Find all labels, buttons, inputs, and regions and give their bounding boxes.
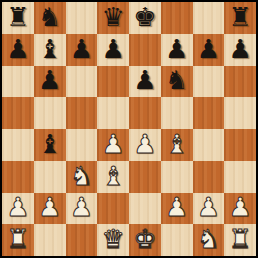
piece-white-rook: ♜ <box>228 226 251 252</box>
piece-white-pawn: ♟ <box>70 194 93 220</box>
square-g8[interactable] <box>193 2 225 34</box>
square-d3[interactable]: ♝ <box>97 161 129 193</box>
piece-black-queen: ♛ <box>101 4 124 30</box>
piece-black-pawn: ♟ <box>133 67 156 93</box>
square-h1[interactable]: ♜ <box>224 224 256 256</box>
square-h7[interactable]: ♟ <box>224 34 256 66</box>
square-g5[interactable] <box>193 97 225 129</box>
piece-white-pawn: ♟ <box>228 194 251 220</box>
square-f5[interactable] <box>161 97 193 129</box>
square-f3[interactable] <box>161 161 193 193</box>
piece-white-king: ♚ <box>133 226 156 252</box>
piece-white-knight: ♞ <box>197 226 220 252</box>
square-f8[interactable] <box>161 2 193 34</box>
square-e4[interactable]: ♟ <box>129 129 161 161</box>
piece-white-pawn: ♟ <box>38 194 61 220</box>
square-e7[interactable] <box>129 34 161 66</box>
piece-white-knight: ♞ <box>70 163 93 189</box>
square-h5[interactable] <box>224 97 256 129</box>
square-d7[interactable]: ♟ <box>97 34 129 66</box>
piece-white-bishop: ♝ <box>165 131 188 157</box>
square-b1[interactable] <box>34 224 66 256</box>
square-h4[interactable] <box>224 129 256 161</box>
square-a2[interactable]: ♟ <box>2 193 34 225</box>
piece-white-pawn: ♟ <box>165 194 188 220</box>
square-a8[interactable]: ♜ <box>2 2 34 34</box>
square-f7[interactable]: ♟ <box>161 34 193 66</box>
square-g1[interactable]: ♞ <box>193 224 225 256</box>
square-e3[interactable] <box>129 161 161 193</box>
square-d6[interactable] <box>97 66 129 98</box>
square-d8[interactable]: ♛ <box>97 2 129 34</box>
square-c4[interactable] <box>66 129 98 161</box>
square-f2[interactable]: ♟ <box>161 193 193 225</box>
square-b7[interactable]: ♝ <box>34 34 66 66</box>
square-a7[interactable]: ♟ <box>2 34 34 66</box>
square-e5[interactable] <box>129 97 161 129</box>
chess-board-frame: ♜♞♛♚♜♟♝♟♟♟♟♟♟♟♞♝♟♟♝♞♝♟♟♟♟♟♟♜♛♚♞♜ <box>0 0 258 258</box>
square-c7[interactable]: ♟ <box>66 34 98 66</box>
square-h3[interactable] <box>224 161 256 193</box>
square-b6[interactable]: ♟ <box>34 66 66 98</box>
piece-white-bishop: ♝ <box>101 163 124 189</box>
piece-white-pawn: ♟ <box>101 131 124 157</box>
piece-black-pawn: ♟ <box>70 36 93 62</box>
square-b4[interactable]: ♝ <box>34 129 66 161</box>
square-c1[interactable] <box>66 224 98 256</box>
square-a6[interactable] <box>2 66 34 98</box>
square-h8[interactable]: ♜ <box>224 2 256 34</box>
piece-white-pawn: ♟ <box>133 131 156 157</box>
piece-black-king: ♚ <box>133 4 156 30</box>
piece-white-rook: ♜ <box>6 226 29 252</box>
piece-black-knight: ♞ <box>165 67 188 93</box>
square-d4[interactable]: ♟ <box>97 129 129 161</box>
piece-black-pawn: ♟ <box>6 36 29 62</box>
piece-black-pawn: ♟ <box>165 36 188 62</box>
square-g6[interactable] <box>193 66 225 98</box>
square-a3[interactable] <box>2 161 34 193</box>
square-g4[interactable] <box>193 129 225 161</box>
square-f4[interactable]: ♝ <box>161 129 193 161</box>
square-c2[interactable]: ♟ <box>66 193 98 225</box>
chess-board: ♜♞♛♚♜♟♝♟♟♟♟♟♟♟♞♝♟♟♝♞♝♟♟♟♟♟♟♜♛♚♞♜ <box>2 2 256 256</box>
piece-black-pawn: ♟ <box>197 36 220 62</box>
piece-white-pawn: ♟ <box>6 194 29 220</box>
square-a5[interactable] <box>2 97 34 129</box>
square-h6[interactable] <box>224 66 256 98</box>
square-b3[interactable] <box>34 161 66 193</box>
square-g7[interactable]: ♟ <box>193 34 225 66</box>
square-b2[interactable]: ♟ <box>34 193 66 225</box>
square-b8[interactable]: ♞ <box>34 2 66 34</box>
square-b5[interactable] <box>34 97 66 129</box>
square-g2[interactable]: ♟ <box>193 193 225 225</box>
square-c3[interactable]: ♞ <box>66 161 98 193</box>
piece-white-queen: ♛ <box>101 226 124 252</box>
square-a1[interactable]: ♜ <box>2 224 34 256</box>
square-e2[interactable] <box>129 193 161 225</box>
piece-black-pawn: ♟ <box>101 36 124 62</box>
piece-black-rook: ♜ <box>228 4 251 30</box>
square-d2[interactable] <box>97 193 129 225</box>
square-d1[interactable]: ♛ <box>97 224 129 256</box>
square-h2[interactable]: ♟ <box>224 193 256 225</box>
piece-black-bishop: ♝ <box>38 131 61 157</box>
square-f6[interactable]: ♞ <box>161 66 193 98</box>
piece-black-bishop: ♝ <box>38 36 61 62</box>
square-f1[interactable] <box>161 224 193 256</box>
square-c8[interactable] <box>66 2 98 34</box>
square-e6[interactable]: ♟ <box>129 66 161 98</box>
square-e8[interactable]: ♚ <box>129 2 161 34</box>
square-c6[interactable] <box>66 66 98 98</box>
piece-white-pawn: ♟ <box>197 194 220 220</box>
square-g3[interactable] <box>193 161 225 193</box>
piece-black-rook: ♜ <box>6 4 29 30</box>
piece-black-knight: ♞ <box>38 4 61 30</box>
square-d5[interactable] <box>97 97 129 129</box>
piece-black-pawn: ♟ <box>38 67 61 93</box>
piece-black-pawn: ♟ <box>228 36 251 62</box>
square-e1[interactable]: ♚ <box>129 224 161 256</box>
square-a4[interactable] <box>2 129 34 161</box>
square-c5[interactable] <box>66 97 98 129</box>
